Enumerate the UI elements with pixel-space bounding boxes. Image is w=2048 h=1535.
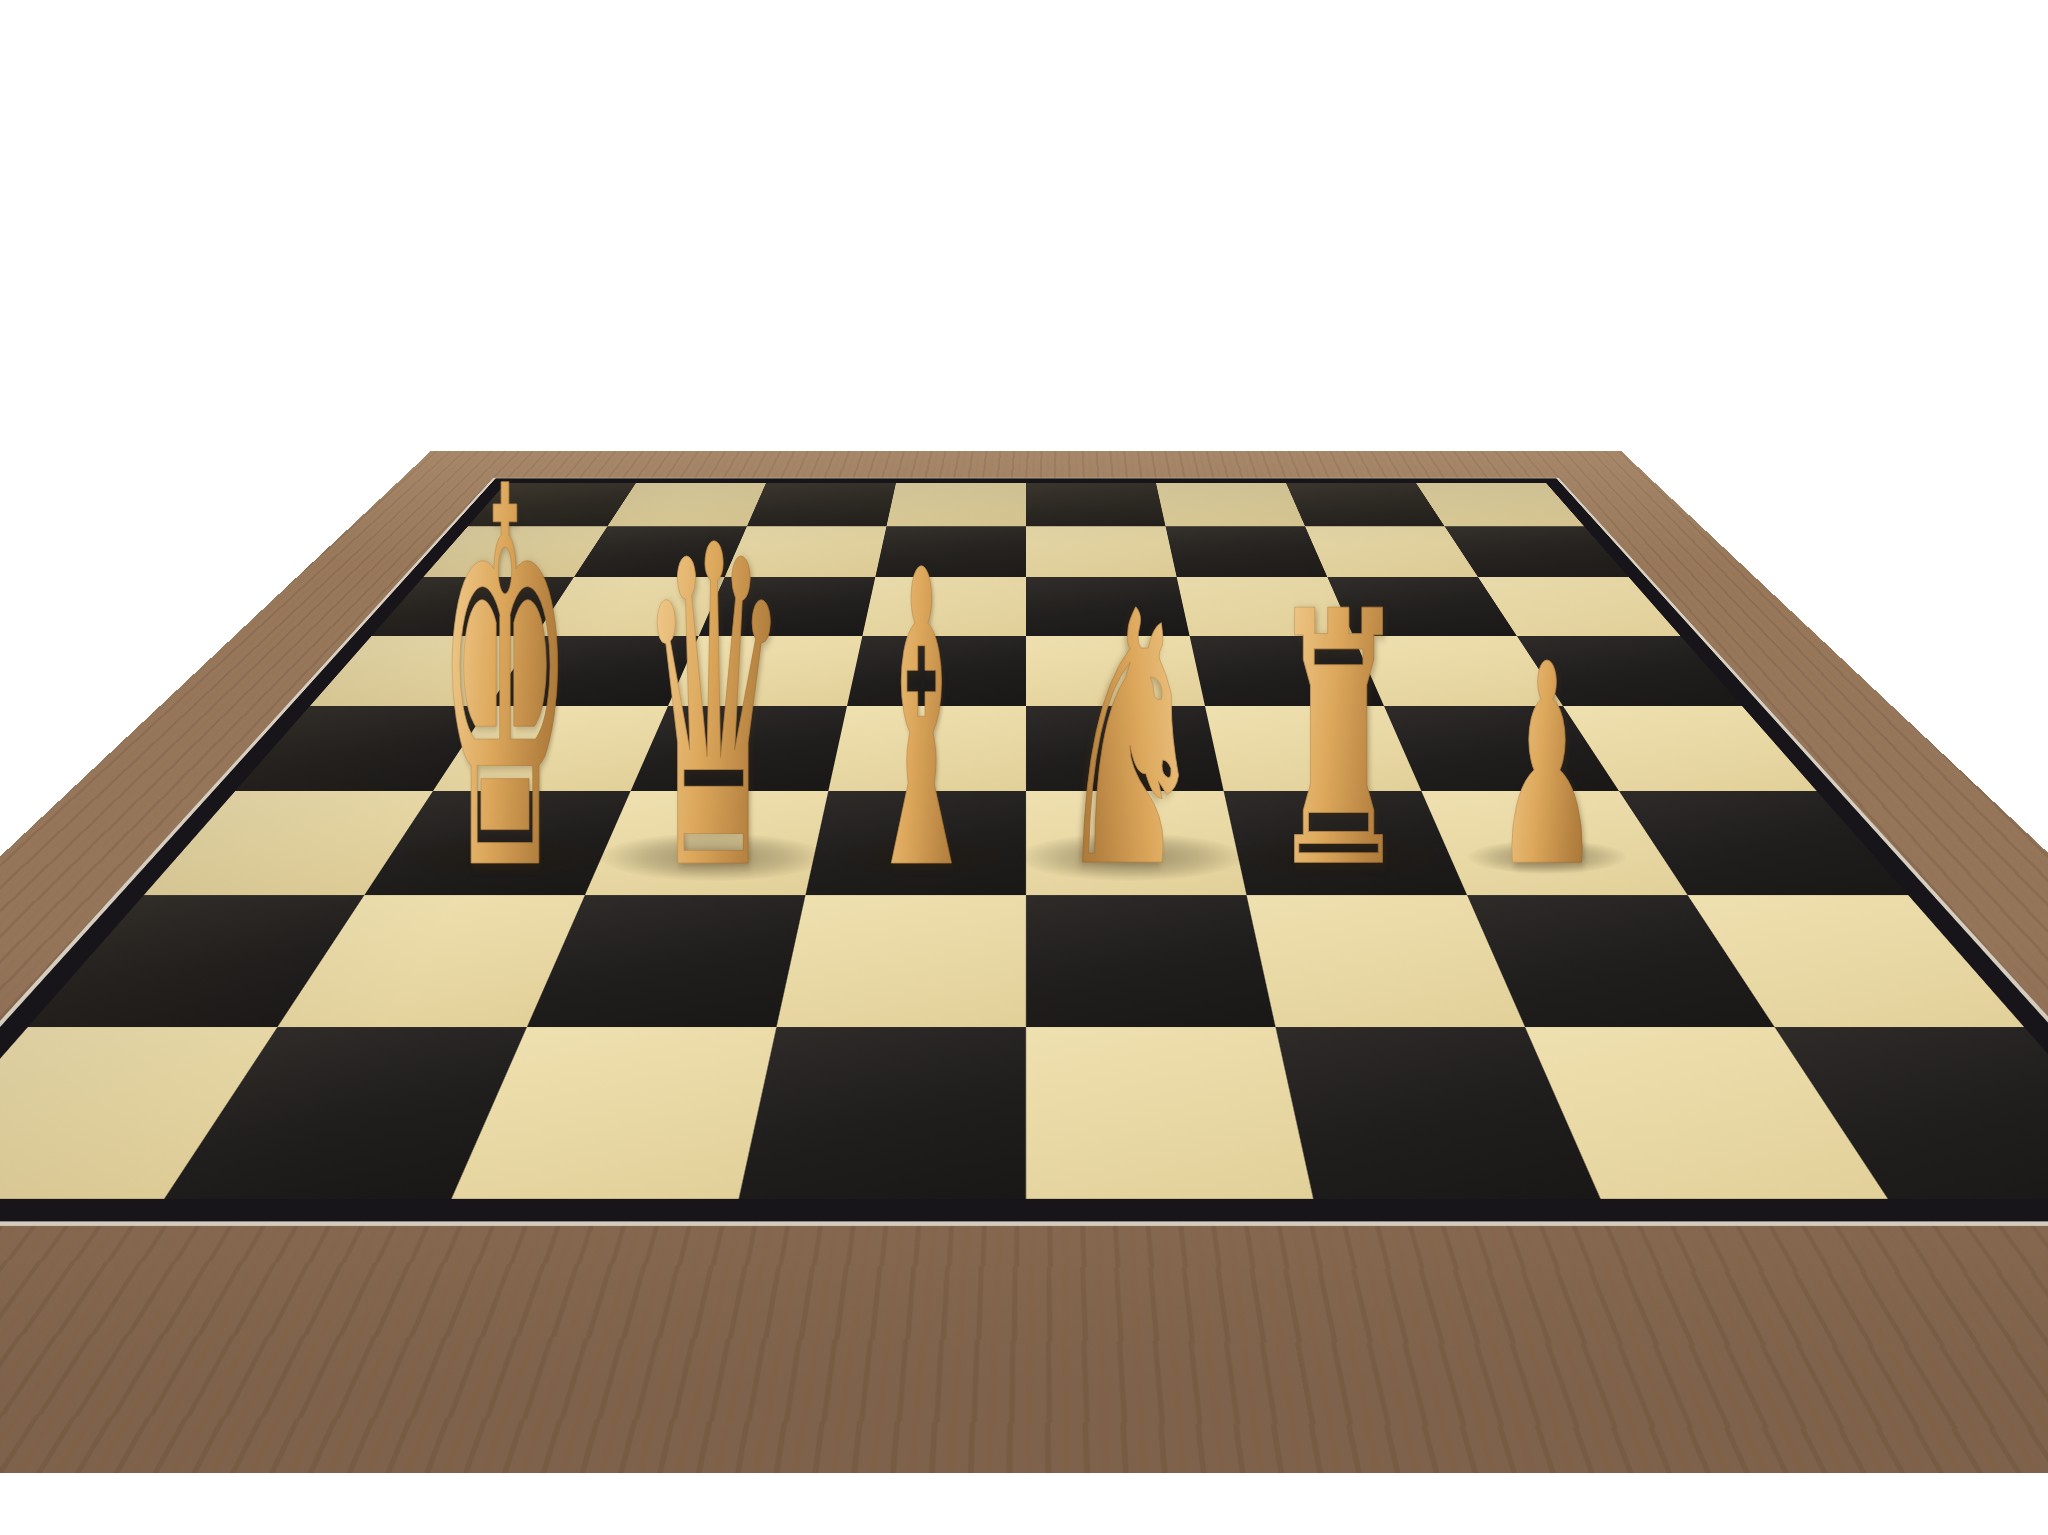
piece-white-pawn[interactable]: ♟ xyxy=(1495,628,1600,905)
square-e1[interactable] xyxy=(1026,1027,1313,1199)
piece-white-king[interactable]: ♚ xyxy=(437,422,572,944)
scene-caption: Wooden chess board viewed at a low angle… xyxy=(0,0,1,1)
square-f8[interactable] xyxy=(1156,483,1305,526)
checkerboard xyxy=(0,483,2048,1199)
piece-white-bishop[interactable]: ♝ xyxy=(864,519,979,926)
piece-white-rook[interactable]: ♜ xyxy=(1269,567,1409,916)
scene: Wooden chess board viewed at a low angle… xyxy=(0,0,2048,1535)
piece-white-queen[interactable]: ♛ xyxy=(638,490,788,931)
square-d1[interactable] xyxy=(739,1027,1026,1199)
square-e8[interactable] xyxy=(1026,483,1166,526)
piece-white-knight[interactable]: ♞ xyxy=(1055,567,1205,916)
chess-board xyxy=(0,451,2048,1473)
